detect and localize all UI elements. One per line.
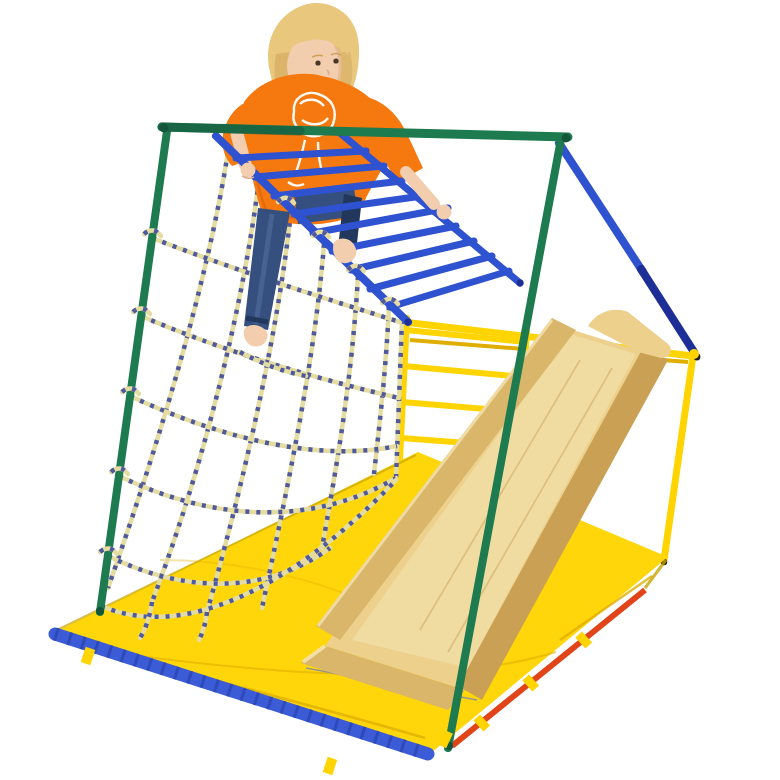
- child-left-hand: [241, 163, 256, 178]
- product-photo: [0, 0, 780, 780]
- child-right-hand: [437, 205, 452, 220]
- frame-end-cap: [160, 124, 169, 133]
- child-eye: [315, 60, 320, 65]
- child-eye: [333, 58, 338, 63]
- playground-scene: [0, 0, 780, 780]
- frame-end-cap: [562, 134, 571, 143]
